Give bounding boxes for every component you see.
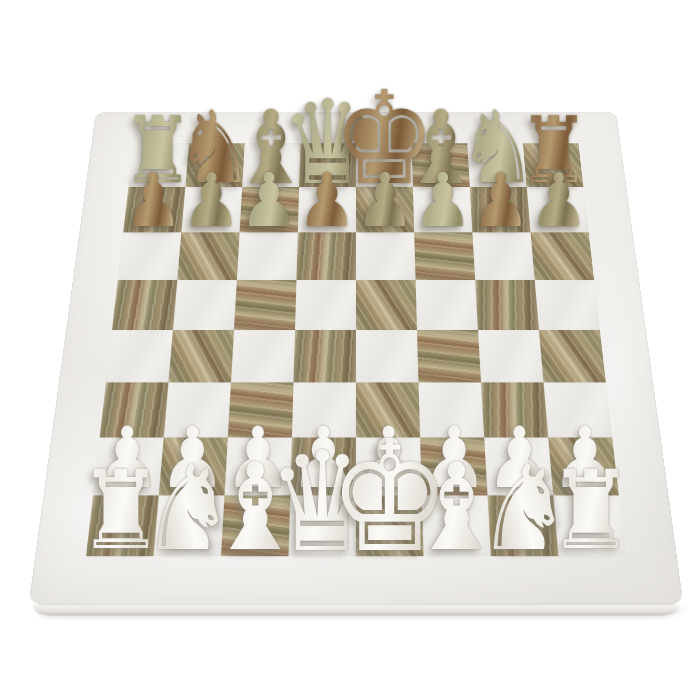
square-f8 <box>412 143 470 187</box>
square-e1 <box>356 495 424 556</box>
square-b2 <box>159 437 228 495</box>
square-g2 <box>484 437 553 495</box>
square-e8 <box>356 143 413 187</box>
square-d3 <box>292 382 356 437</box>
square-c4 <box>231 330 295 382</box>
square-f1 <box>422 495 491 556</box>
square-a6 <box>118 232 182 280</box>
square-a7 <box>123 187 185 233</box>
chess-board <box>29 112 684 605</box>
square-h1 <box>553 495 626 556</box>
square-c3 <box>228 382 294 437</box>
square-g1 <box>487 495 558 556</box>
square-b5 <box>173 280 237 330</box>
square-e2 <box>356 437 422 495</box>
square-h8 <box>523 143 584 187</box>
square-b4 <box>168 330 234 382</box>
square-h2 <box>548 437 619 495</box>
square-b7 <box>181 187 242 233</box>
board-front-edge <box>32 605 680 616</box>
chess-set-photo: ♜♞♝♛♚♝♞♜♟♟♟♟♟♟♟♟♟♟♟♟♟♟♟♟♜♞♝♛♚♝♞♜ <box>0 0 700 700</box>
square-e3 <box>356 382 420 437</box>
square-f4 <box>417 330 481 382</box>
square-c5 <box>234 280 296 330</box>
square-d2 <box>290 437 356 495</box>
square-g4 <box>478 330 544 382</box>
square-c7 <box>240 187 300 233</box>
square-e6 <box>356 232 416 280</box>
square-h3 <box>544 382 613 437</box>
square-b6 <box>177 232 239 280</box>
square-f7 <box>413 187 473 233</box>
square-a3 <box>100 382 169 437</box>
square-d4 <box>293 330 356 382</box>
square-f5 <box>416 280 478 330</box>
square-c6 <box>237 232 298 280</box>
square-a5 <box>112 280 177 330</box>
square-a1 <box>86 495 159 556</box>
square-d8 <box>299 143 356 187</box>
square-e7 <box>356 187 414 233</box>
square-c1 <box>221 495 290 556</box>
square-g7 <box>470 187 531 233</box>
square-d5 <box>295 280 356 330</box>
square-c8 <box>242 143 300 187</box>
board-scene <box>0 0 700 700</box>
square-b1 <box>153 495 224 556</box>
square-a8 <box>128 143 189 187</box>
square-g8 <box>467 143 526 187</box>
square-f6 <box>414 232 475 280</box>
square-e5 <box>356 280 417 330</box>
square-c2 <box>225 437 292 495</box>
square-h7 <box>527 187 589 233</box>
square-h5 <box>535 280 600 330</box>
square-g6 <box>472 232 534 280</box>
square-b8 <box>185 143 244 187</box>
square-b3 <box>164 382 231 437</box>
square-e4 <box>356 330 419 382</box>
square-f2 <box>420 437 487 495</box>
square-d1 <box>288 495 356 556</box>
square-a4 <box>106 330 173 382</box>
square-d7 <box>298 187 356 233</box>
board-squares-grid <box>86 143 626 556</box>
square-g3 <box>481 382 548 437</box>
square-f3 <box>419 382 485 437</box>
square-d6 <box>296 232 356 280</box>
square-a2 <box>93 437 164 495</box>
square-g5 <box>475 280 539 330</box>
square-h6 <box>531 232 595 280</box>
square-h4 <box>539 330 606 382</box>
